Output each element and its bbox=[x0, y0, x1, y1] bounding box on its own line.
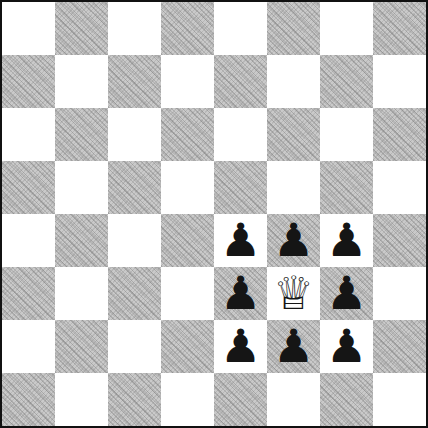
square-h8[interactable] bbox=[373, 2, 426, 55]
square-d3[interactable] bbox=[161, 267, 214, 320]
square-d2[interactable] bbox=[161, 320, 214, 373]
square-h4[interactable] bbox=[373, 214, 426, 267]
piece-black-pawn-e3[interactable]: ♟ bbox=[220, 267, 261, 320]
square-c7[interactable] bbox=[108, 55, 161, 108]
square-e1[interactable] bbox=[214, 373, 267, 426]
square-f2[interactable]: ♟ bbox=[267, 320, 320, 373]
square-h2[interactable] bbox=[373, 320, 426, 373]
square-d5[interactable] bbox=[161, 161, 214, 214]
square-f3[interactable]: ♕ bbox=[267, 267, 320, 320]
square-a3[interactable] bbox=[2, 267, 55, 320]
chess-diagram: ♟♟♟♟♕♟♟♟♟ bbox=[0, 0, 428, 428]
square-f4[interactable]: ♟ bbox=[267, 214, 320, 267]
square-b3[interactable] bbox=[55, 267, 108, 320]
square-g1[interactable] bbox=[320, 373, 373, 426]
square-a1[interactable] bbox=[2, 373, 55, 426]
square-b5[interactable] bbox=[55, 161, 108, 214]
square-e3[interactable]: ♟ bbox=[214, 267, 267, 320]
square-f6[interactable] bbox=[267, 108, 320, 161]
square-g6[interactable] bbox=[320, 108, 373, 161]
square-c5[interactable] bbox=[108, 161, 161, 214]
piece-black-pawn-g3[interactable]: ♟ bbox=[326, 267, 367, 320]
square-a6[interactable] bbox=[2, 108, 55, 161]
piece-black-pawn-e2[interactable]: ♟ bbox=[220, 320, 261, 373]
square-f7[interactable] bbox=[267, 55, 320, 108]
square-g7[interactable] bbox=[320, 55, 373, 108]
square-h5[interactable] bbox=[373, 161, 426, 214]
square-h3[interactable] bbox=[373, 267, 426, 320]
piece-black-pawn-f2[interactable]: ♟ bbox=[273, 320, 314, 373]
square-c1[interactable] bbox=[108, 373, 161, 426]
square-d6[interactable] bbox=[161, 108, 214, 161]
square-a7[interactable] bbox=[2, 55, 55, 108]
square-e6[interactable] bbox=[214, 108, 267, 161]
square-b6[interactable] bbox=[55, 108, 108, 161]
piece-black-pawn-g2[interactable]: ♟ bbox=[326, 320, 367, 373]
square-d1[interactable] bbox=[161, 373, 214, 426]
square-g5[interactable] bbox=[320, 161, 373, 214]
square-f8[interactable] bbox=[267, 2, 320, 55]
square-e2[interactable]: ♟ bbox=[214, 320, 267, 373]
square-c2[interactable] bbox=[108, 320, 161, 373]
square-h6[interactable] bbox=[373, 108, 426, 161]
square-a2[interactable] bbox=[2, 320, 55, 373]
square-b2[interactable] bbox=[55, 320, 108, 373]
square-g4[interactable]: ♟ bbox=[320, 214, 373, 267]
square-d7[interactable] bbox=[161, 55, 214, 108]
square-c8[interactable] bbox=[108, 2, 161, 55]
piece-black-pawn-e4[interactable]: ♟ bbox=[220, 214, 261, 267]
square-g3[interactable]: ♟ bbox=[320, 267, 373, 320]
piece-white-queen-f3[interactable]: ♕ bbox=[273, 267, 314, 320]
square-b4[interactable] bbox=[55, 214, 108, 267]
square-b8[interactable] bbox=[55, 2, 108, 55]
square-b7[interactable] bbox=[55, 55, 108, 108]
square-f5[interactable] bbox=[267, 161, 320, 214]
square-e8[interactable] bbox=[214, 2, 267, 55]
square-e4[interactable]: ♟ bbox=[214, 214, 267, 267]
square-c4[interactable] bbox=[108, 214, 161, 267]
square-d4[interactable] bbox=[161, 214, 214, 267]
square-g8[interactable] bbox=[320, 2, 373, 55]
piece-black-pawn-f4[interactable]: ♟ bbox=[273, 214, 314, 267]
square-e7[interactable] bbox=[214, 55, 267, 108]
piece-black-pawn-g4[interactable]: ♟ bbox=[326, 214, 367, 267]
square-h1[interactable] bbox=[373, 373, 426, 426]
square-c6[interactable] bbox=[108, 108, 161, 161]
square-a8[interactable] bbox=[2, 2, 55, 55]
square-f1[interactable] bbox=[267, 373, 320, 426]
square-b1[interactable] bbox=[55, 373, 108, 426]
square-a4[interactable] bbox=[2, 214, 55, 267]
square-d8[interactable] bbox=[161, 2, 214, 55]
square-h7[interactable] bbox=[373, 55, 426, 108]
square-a5[interactable] bbox=[2, 161, 55, 214]
square-e5[interactable] bbox=[214, 161, 267, 214]
chess-board: ♟♟♟♟♕♟♟♟♟ bbox=[0, 0, 428, 428]
square-c3[interactable] bbox=[108, 267, 161, 320]
square-g2[interactable]: ♟ bbox=[320, 320, 373, 373]
